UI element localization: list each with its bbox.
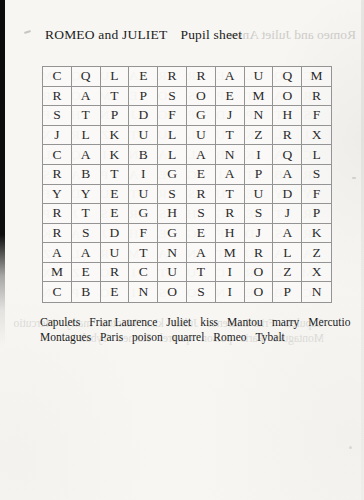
grid-cell: U: [245, 185, 274, 205]
grid-cell: N: [129, 282, 158, 302]
scanned-pupil-sheet: Romeo and Juliet Answ ROMEO and JULIETPu…: [0, 0, 364, 500]
grid-cell: O: [187, 87, 216, 107]
grid-cell: O: [273, 87, 302, 107]
grid-cell: S: [72, 224, 101, 244]
grid-cell: D: [101, 224, 130, 244]
grid-cell: S: [158, 185, 187, 205]
grid-cell: K: [302, 224, 331, 244]
grid-cell: A: [43, 243, 72, 263]
grid-cell: U: [158, 263, 187, 283]
grid-cell: S: [187, 204, 216, 224]
grid-cell: R: [43, 224, 72, 244]
grid-cell: J: [245, 224, 274, 244]
grid-cell: H: [216, 224, 245, 244]
word-item: Romeo: [213, 330, 246, 345]
grid-cell: U: [187, 126, 216, 146]
grid-cell: L: [101, 67, 130, 87]
scan-speck: [349, 446, 352, 449]
grid-cell: S: [158, 87, 187, 107]
grid-cell: T: [129, 243, 158, 263]
grid-cell: E: [216, 87, 245, 107]
grid-cell: Z: [273, 263, 302, 283]
grid-cell: U: [101, 243, 130, 263]
grid-cell: S: [43, 106, 72, 126]
grid-cell: N: [216, 145, 245, 165]
word-item: Friar Laurence: [89, 315, 157, 330]
word-item: Juliet: [166, 315, 191, 330]
grid-cell: Q: [273, 67, 302, 87]
grid-cell: Q: [72, 67, 101, 87]
word-list: CapuletsFriar LaurenceJulietkissMantouma…: [40, 315, 360, 344]
grid-cell: Q: [273, 145, 302, 165]
grid-cell: M: [302, 67, 331, 87]
grid-cell: H: [158, 204, 187, 224]
grid-cell: B: [72, 282, 101, 302]
page-title: ROMEO and JULIETPupil sheet: [45, 27, 242, 43]
grid-cell: R: [187, 67, 216, 87]
grid-cell: F: [158, 106, 187, 126]
grid-cell: L: [158, 145, 187, 165]
grid-cell: P: [245, 165, 274, 185]
grid-cell: E: [129, 67, 158, 87]
grid-cell: A: [216, 67, 245, 87]
grid-cell: N: [302, 282, 331, 302]
grid-cell: X: [302, 126, 331, 146]
scan-speck: [352, 177, 356, 179]
word-item: Mantou: [227, 315, 263, 330]
grid-cell: A: [216, 165, 245, 185]
grid-cell: P: [273, 282, 302, 302]
grid-cell: I: [216, 282, 245, 302]
grid-cell: Z: [245, 126, 274, 146]
grid-cell: A: [273, 165, 302, 185]
grid-cell: Z: [302, 243, 331, 263]
word-line-1: CapuletsFriar LaurenceJulietkissMantouma…: [40, 315, 360, 330]
grid-cell: A: [72, 87, 101, 107]
grid-cell: J: [273, 204, 302, 224]
grid-cell: P: [129, 87, 158, 107]
grid-cell: Y: [72, 185, 101, 205]
grid-cell: I: [216, 263, 245, 283]
grid-cell: P: [101, 106, 130, 126]
grid-cell: E: [101, 204, 130, 224]
page-title-sub: Pupil sheet: [180, 27, 242, 42]
grid-cell: A: [187, 243, 216, 263]
word-item: marry: [272, 315, 299, 330]
grid-cell: R: [302, 87, 331, 107]
grid-cell: C: [43, 282, 72, 302]
grid-cell: S: [187, 282, 216, 302]
word-search-grid: CQLERRAUQMRATPSOEMORSTPDFGJNHFJLKULUTZRX…: [42, 66, 332, 303]
grid-cell: C: [43, 67, 72, 87]
grid-cell: G: [158, 165, 187, 185]
grid-cell: N: [158, 243, 187, 263]
word-item: Montagues: [40, 330, 91, 345]
grid-cell: T: [101, 165, 130, 185]
word-line-2: MontaguesParispoisonquarrelRomeoTybalt: [40, 330, 360, 345]
grid-cell: B: [72, 165, 101, 185]
grid-cell: E: [187, 224, 216, 244]
grid-cell: R: [216, 204, 245, 224]
grid-cell: F: [302, 106, 331, 126]
grid-cell: J: [216, 106, 245, 126]
grid-cell: B: [129, 145, 158, 165]
grid-cell: G: [129, 204, 158, 224]
grid-cell: G: [158, 224, 187, 244]
grid-cell: T: [216, 126, 245, 146]
grid-cell: G: [187, 106, 216, 126]
grid-cell: R: [43, 204, 72, 224]
word-item: quarrel: [172, 330, 205, 345]
grid-cell: U: [129, 126, 158, 146]
grid-cell: L: [158, 126, 187, 146]
grid-cell: C: [43, 145, 72, 165]
grid-cell: R: [101, 263, 130, 283]
scan-edge-strip: [0, 0, 5, 345]
grid-cell: E: [187, 165, 216, 185]
grid-cell: L: [273, 243, 302, 263]
grid-cell: M: [245, 87, 274, 107]
grid-cell: U: [245, 67, 274, 87]
grid-cell: M: [43, 263, 72, 283]
grid-cell: O: [245, 263, 274, 283]
grid-cell: T: [216, 185, 245, 205]
grid-cell: T: [72, 106, 101, 126]
grid-cell: I: [245, 145, 274, 165]
grid-cell: O: [245, 282, 274, 302]
grid-cell: A: [273, 224, 302, 244]
grid-cell: K: [101, 145, 130, 165]
grid-cell: P: [302, 204, 331, 224]
grid-cell: U: [129, 185, 158, 205]
grid-cell: F: [302, 185, 331, 205]
grid-cell: Y: [43, 185, 72, 205]
grid-cell: C: [129, 263, 158, 283]
grid-cell: S: [245, 204, 274, 224]
grid-cell: R: [187, 185, 216, 205]
grid-cell: F: [129, 224, 158, 244]
grid-cell: L: [72, 126, 101, 146]
word-item: poison: [132, 330, 163, 345]
word-item: kiss: [200, 315, 218, 330]
grid-cell: J: [43, 126, 72, 146]
grid-cell: O: [158, 282, 187, 302]
grid-cell: K: [101, 126, 130, 146]
grid-cell: S: [302, 165, 331, 185]
word-item: Tybalt: [256, 330, 285, 345]
grid-cell: E: [72, 263, 101, 283]
grid-cell: D: [273, 185, 302, 205]
grid-cell: H: [273, 106, 302, 126]
grid-cell: R: [158, 67, 187, 87]
grid-cell: L: [302, 145, 331, 165]
word-item: Mercutio: [308, 315, 350, 330]
grid-cell: T: [72, 204, 101, 224]
grid-cell: R: [43, 87, 72, 107]
grid-cell: I: [129, 165, 158, 185]
grid-cell: M: [216, 243, 245, 263]
grid-cell: E: [101, 282, 130, 302]
grid-cell: E: [101, 185, 130, 205]
grid-cell: N: [245, 106, 274, 126]
grid-cell: T: [101, 87, 130, 107]
word-item: Capulets: [40, 315, 80, 330]
grid-cell: A: [187, 145, 216, 165]
grid-cell: R: [43, 165, 72, 185]
grid-cell: T: [187, 263, 216, 283]
grid-cell: A: [72, 243, 101, 263]
grid-cell: R: [245, 243, 274, 263]
scan-speck: [24, 30, 31, 34]
page-title-main: ROMEO and JULIET: [45, 27, 167, 42]
grid-cell: R: [273, 126, 302, 146]
grid-cell: X: [302, 263, 331, 283]
word-item: Paris: [100, 330, 123, 345]
grid-cell: A: [72, 145, 101, 165]
grid-cell: D: [129, 106, 158, 126]
